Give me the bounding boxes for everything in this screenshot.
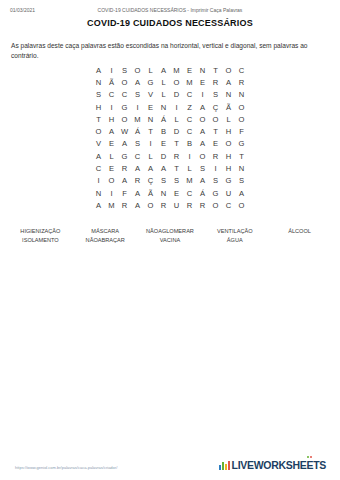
grid-cell[interactable]: G	[118, 150, 131, 162]
grid-cell[interactable]: L	[105, 150, 118, 162]
grid-cell[interactable]: A	[196, 101, 209, 113]
grid-cell[interactable]: A	[196, 138, 209, 150]
grid-cell[interactable]: M	[183, 76, 196, 88]
logo-text-pre: LIVEWORKSHE	[232, 459, 307, 471]
grid-cell[interactable]: G	[235, 138, 248, 150]
grid-cell[interactable]: I	[170, 101, 183, 113]
grid-cell[interactable]: R	[118, 162, 131, 174]
grid-cell[interactable]: Á	[157, 113, 170, 125]
grid-cell[interactable]: I	[105, 101, 118, 113]
grid-cell[interactable]: U	[170, 199, 183, 211]
grid-cell[interactable]: O	[209, 199, 222, 211]
grid-cell[interactable]: A	[118, 175, 131, 187]
grid-cell[interactable]: S	[157, 175, 170, 187]
grid-cell[interactable]: A	[196, 125, 209, 137]
grid-cell[interactable]: Á	[131, 125, 144, 137]
grid-cell[interactable]: E	[196, 76, 209, 88]
grid-cell[interactable]: N	[144, 113, 157, 125]
grid-cell[interactable]: U	[222, 187, 235, 199]
grid-cell[interactable]: T	[170, 162, 183, 174]
grid-cell[interactable]: D	[170, 125, 183, 137]
grid-cell[interactable]: M	[170, 64, 183, 76]
grid-cell[interactable]: R	[157, 199, 170, 211]
grid-cell[interactable]: O	[170, 76, 183, 88]
grid-cell[interactable]: O	[196, 150, 209, 162]
grid-cell[interactable]: T	[209, 64, 222, 76]
grid-cell[interactable]: A	[157, 64, 170, 76]
grid-cell[interactable]: R	[118, 199, 131, 211]
grid-cell[interactable]: R	[209, 76, 222, 88]
grid-cell[interactable]: A	[131, 199, 144, 211]
grid-cell[interactable]: D	[170, 89, 183, 101]
grid-cell[interactable]: I	[105, 64, 118, 76]
grid-cell[interactable]: S	[209, 175, 222, 187]
grid-cell[interactable]: L	[144, 64, 157, 76]
grid-cell[interactable]: R	[196, 199, 209, 211]
grid-cell[interactable]: S	[170, 175, 183, 187]
grid-cell[interactable]: A	[105, 125, 118, 137]
grid-cell[interactable]: O	[105, 175, 118, 187]
grid-cell[interactable]: F	[235, 125, 248, 137]
grid-cell[interactable]: N	[222, 89, 235, 101]
grid-cell[interactable]: C	[183, 125, 196, 137]
grid-cell[interactable]: Ç	[144, 175, 157, 187]
grid-cell[interactable]: N	[235, 89, 248, 101]
logo-bar	[222, 462, 224, 470]
grid-cell[interactable]: C	[183, 113, 196, 125]
word-item: ÁLCOOL	[267, 228, 332, 234]
grid-cell[interactable]: A	[131, 76, 144, 88]
grid-cell[interactable]: L	[222, 113, 235, 125]
grid-cell[interactable]: H	[92, 101, 105, 113]
logo-dotted-e: E	[306, 459, 313, 471]
word-search-grid[interactable]: AISOLAMENTOCNÃOAGLOMERARSCCSVLDCISNNHIGI…	[92, 64, 248, 212]
grid-cell[interactable]: O	[144, 199, 157, 211]
grid-cell[interactable]: I	[131, 101, 144, 113]
grid-cell[interactable]: Ã	[144, 187, 157, 199]
grid-cell[interactable]: C	[183, 89, 196, 101]
grid-cell[interactable]: A	[157, 162, 170, 174]
grid-cell[interactable]: A	[118, 138, 131, 150]
grid-cell[interactable]: E	[157, 138, 170, 150]
grid-cell[interactable]: S	[131, 138, 144, 150]
logo-text-post: TS	[313, 459, 326, 471]
grid-cell[interactable]: O	[209, 113, 222, 125]
grid-cell[interactable]: O	[118, 76, 131, 88]
grid-cell[interactable]: W	[118, 125, 131, 137]
instructions: As palavras deste caça palavras estão es…	[11, 41, 331, 62]
grid-cell[interactable]: H	[222, 150, 235, 162]
grid-cell[interactable]: E	[183, 64, 196, 76]
grid-cell[interactable]: Z	[183, 101, 196, 113]
grid-cell[interactable]: R	[209, 150, 222, 162]
grid-cell[interactable]: D	[157, 150, 170, 162]
grid-cell[interactable]: O	[222, 64, 235, 76]
grid-cell[interactable]: R	[170, 150, 183, 162]
grid-cell[interactable]: H	[222, 162, 235, 174]
grid-cell[interactable]: O	[92, 125, 105, 137]
grid-cell[interactable]: S	[92, 89, 105, 101]
word-list: HIGIENIZAÇÃOMÁSCARANÃOAGLOMERARVENTILAÇÃ…	[8, 228, 332, 243]
footer-url: https://www.geniol.com.br/palavras/caca-…	[15, 465, 117, 470]
liveworksheets-logo: LIVEWORKSHE E TS	[219, 459, 326, 471]
grid-cell[interactable]: N	[235, 162, 248, 174]
grid-cell[interactable]: T	[235, 150, 248, 162]
grid-cell[interactable]: T	[144, 125, 157, 137]
grid-cell[interactable]: C	[105, 89, 118, 101]
grid-cell[interactable]: L	[157, 89, 170, 101]
grid-cell[interactable]: A	[196, 175, 209, 187]
grid-cell[interactable]: I	[105, 187, 118, 199]
grid-cell[interactable]: T	[92, 113, 105, 125]
grid-cell[interactable]: E	[209, 138, 222, 150]
e-dot	[307, 456, 309, 458]
grid-cell[interactable]: L	[157, 76, 170, 88]
grid-cell[interactable]: S	[235, 175, 248, 187]
e-umlaut-dots	[307, 456, 312, 458]
grid-cell[interactable]: C	[92, 162, 105, 174]
grid-cell[interactable]: O	[196, 113, 209, 125]
grid-cell[interactable]: L	[183, 162, 196, 174]
grid-cell[interactable]: G	[209, 187, 222, 199]
grid-cell[interactable]: M	[183, 175, 196, 187]
grid-cell[interactable]: N	[196, 64, 209, 76]
logo-bar	[225, 464, 227, 470]
grid-cell[interactable]: I	[183, 150, 196, 162]
e-dot	[310, 456, 312, 458]
grid-cell[interactable]: A	[92, 150, 105, 162]
grid-cell[interactable]: A	[235, 187, 248, 199]
grid-cell[interactable]: A	[144, 162, 157, 174]
grid-cell[interactable]: Á	[196, 187, 209, 199]
grid-cell[interactable]: B	[157, 125, 170, 137]
grid-cell[interactable]: Ã	[222, 101, 235, 113]
grid-cell[interactable]: S	[196, 162, 209, 174]
grid-cell[interactable]: C	[118, 89, 131, 101]
grid-cell[interactable]: Ç	[209, 101, 222, 113]
grid-cell[interactable]: C	[222, 199, 235, 211]
word-item: VACINA	[138, 237, 203, 243]
logo-text: LIVEWORKSHE E TS	[232, 459, 326, 471]
word-item: HIGIENIZAÇÃO	[8, 228, 73, 234]
grid-cell[interactable]: H	[222, 125, 235, 137]
word-item: MÁSCARA	[73, 228, 138, 234]
grid-cell[interactable]: S	[131, 89, 144, 101]
word-item: NÃOABRAÇAR	[73, 237, 138, 243]
header-doc-title: COVID-19 CUIDADOS NECESSÁRIOS - Imprimir…	[0, 7, 340, 13]
grid-cell[interactable]: E	[170, 187, 183, 199]
bar-chart-icon	[219, 461, 230, 470]
grid-cell[interactable]: R	[131, 175, 144, 187]
grid-cell[interactable]: A	[131, 162, 144, 174]
grid-cell[interactable]: H	[105, 113, 118, 125]
grid-cell[interactable]: C	[131, 150, 144, 162]
grid-cell[interactable]: E	[105, 138, 118, 150]
grid-cell[interactable]: I	[196, 89, 209, 101]
grid-cell[interactable]: R	[183, 199, 196, 211]
grid-cell[interactable]: M	[105, 199, 118, 211]
grid-cell[interactable]: B	[183, 138, 196, 150]
grid-cell[interactable]: G	[144, 76, 157, 88]
page-title: COVID-19 CUIDADOS NECESSÁRIOS	[0, 18, 340, 28]
grid-cell[interactable]: O	[235, 101, 248, 113]
grid-cell[interactable]: F	[118, 187, 131, 199]
grid-cell[interactable]: A	[131, 187, 144, 199]
grid-cell[interactable]: C	[235, 64, 248, 76]
grid-cell[interactable]: L	[144, 150, 157, 162]
word-item: VENTILAÇÃO	[202, 228, 267, 234]
grid-cell[interactable]: O	[235, 199, 248, 211]
grid-cell[interactable]: G	[222, 175, 235, 187]
grid-cell[interactable]: I	[92, 175, 105, 187]
worksheet-page: 01/03/2021 COVID-19 CUIDADOS NECESSÁRIOS…	[0, 0, 340, 480]
grid-cell[interactable]: R	[235, 76, 248, 88]
logo-bar	[219, 465, 221, 470]
grid-cell[interactable]: L	[170, 113, 183, 125]
grid-cell[interactable]: T	[170, 138, 183, 150]
grid-cell[interactable]: N	[92, 76, 105, 88]
grid-cell[interactable]: O	[222, 138, 235, 150]
word-item: ÁGUA	[202, 237, 267, 243]
grid-cell[interactable]: O	[235, 113, 248, 125]
grid-cell[interactable]: E	[105, 162, 118, 174]
grid-cell[interactable]: E	[144, 101, 157, 113]
grid-cell[interactable]: M	[131, 113, 144, 125]
grid-cell[interactable]: V	[144, 89, 157, 101]
word-item: ISOLAMENTO	[8, 237, 73, 243]
grid-cell[interactable]: S	[118, 64, 131, 76]
grid-cell[interactable]: N	[157, 101, 170, 113]
grid-cell[interactable]: V	[92, 138, 105, 150]
grid-cell[interactable]: A	[92, 64, 105, 76]
grid-cell[interactable]: N	[92, 187, 105, 199]
grid-cell[interactable]: I	[209, 162, 222, 174]
grid-cell[interactable]: A	[222, 76, 235, 88]
grid-cell[interactable]: C	[183, 187, 196, 199]
grid-cell[interactable]: T	[209, 125, 222, 137]
grid-cell[interactable]: O	[118, 113, 131, 125]
grid-cell[interactable]: G	[118, 101, 131, 113]
grid-cell[interactable]: A	[92, 199, 105, 211]
grid-cell[interactable]: I	[144, 138, 157, 150]
grid-cell[interactable]: Ã	[105, 76, 118, 88]
grid-cell[interactable]: N	[157, 187, 170, 199]
grid-cell[interactable]: O	[131, 64, 144, 76]
word-item: NÃOAGLOMERAR	[138, 228, 203, 234]
logo-bar	[228, 461, 230, 470]
grid-cell[interactable]: S	[209, 89, 222, 101]
